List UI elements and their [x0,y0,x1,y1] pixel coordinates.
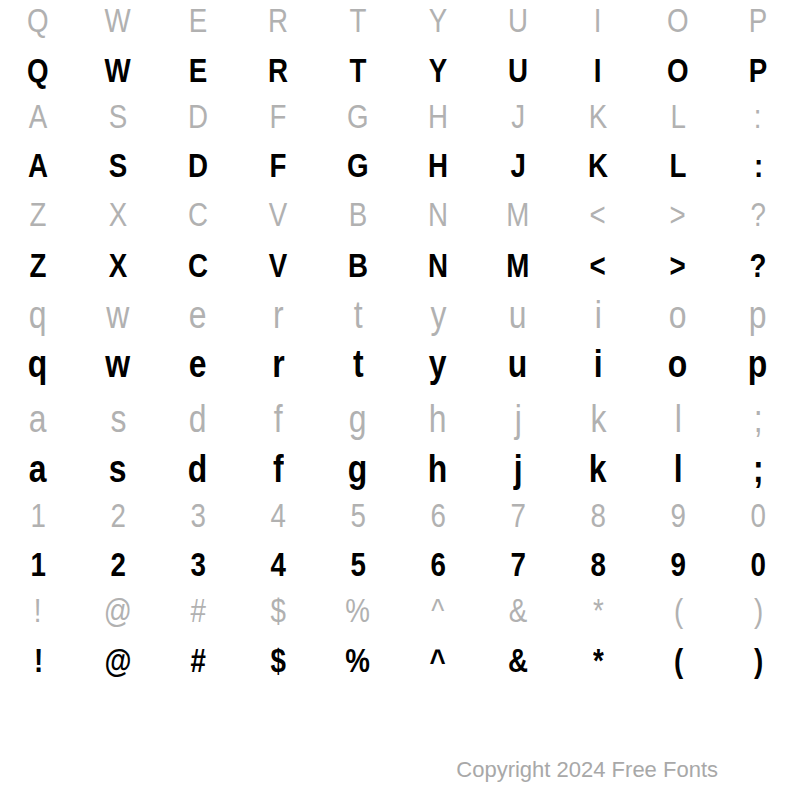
glyph-cell: 9 [638,491,718,541]
glyph-cell: 8 [558,491,638,541]
glyph: @ [104,636,131,686]
glyph-cell: 2 [78,491,158,541]
glyph: L [670,141,687,191]
glyph: E [189,46,207,96]
glyph: f [273,444,284,494]
glyph-cell: P [718,46,798,96]
glyph-cell: 7 [478,540,558,590]
glyph: F [270,141,287,191]
glyph: F [270,92,287,142]
glyph: ! [33,636,42,686]
glyph: Y [429,46,447,96]
glyph-cell: T [318,46,398,96]
glyph-cell: y [398,290,478,340]
glyph: P [749,0,767,46]
glyph-cell: S [78,92,158,142]
glyph-cell: 3 [158,540,238,590]
glyph: d [189,394,207,444]
glyph: : [754,92,762,142]
glyph-cell: R [238,46,318,96]
row-lowercase-asdf-bold: asdfghjkl; [0,444,798,494]
glyph: q [29,290,47,340]
glyph: < [590,241,606,291]
glyph: p [748,339,768,389]
glyph: s [110,394,126,444]
glyph-cell: > [638,190,718,240]
glyph: < [590,190,606,240]
glyph: V [269,190,287,240]
glyph-cell: & [478,586,558,636]
glyph-cell: @ [78,636,158,686]
glyph: N [428,241,448,291]
glyph-cell: R [238,0,318,46]
glyph-cell: N [398,241,478,291]
glyph: ^ [430,636,446,686]
glyph-cell: D [158,92,238,142]
glyph: l [674,444,683,494]
glyph-cell: @ [78,586,158,636]
glyph: A [29,92,47,142]
font-specimen-canvas: QWERTYUIOP QWERTYUIOP ASDFGHJKL: ASDFGHJ… [0,0,800,800]
glyph-cell: F [238,141,318,191]
glyph-cell: k [558,394,638,444]
glyph: A [28,141,48,191]
glyph-cell: % [318,636,398,686]
glyph-cell: e [158,339,238,389]
glyph-cell: N [398,190,478,240]
glyph-cell: B [318,241,398,291]
glyph: I [594,0,602,46]
glyph: > [670,190,686,240]
glyph: j [514,444,523,494]
glyph-cell: s [78,444,158,494]
glyph-cell: Z [0,190,78,240]
glyph: 7 [510,540,525,590]
glyph: B [348,241,368,291]
glyph-cell: r [238,290,318,340]
glyph-cell: W [78,46,158,96]
glyph-cell: S [78,141,158,191]
glyph-cell: W [78,0,158,46]
glyph: 0 [750,491,765,541]
glyph: 4 [270,491,285,541]
glyph: r [273,290,284,340]
glyph-cell: Y [398,0,478,46]
glyph-cell: 0 [718,540,798,590]
glyph: u [509,290,527,340]
glyph: ? [750,190,765,240]
glyph-cell: ; [718,394,798,444]
glyph-cell: h [398,394,478,444]
glyph-cell: 9 [638,540,718,590]
glyph: g [348,444,368,494]
glyph-cell: O [638,0,718,46]
glyph-cell: y [398,339,478,389]
glyph: # [190,636,205,686]
glyph-cell: V [238,190,318,240]
glyph-cell: $ [238,636,318,686]
glyph: > [670,241,686,291]
glyph: g [349,394,367,444]
row-symbols-bold: !@#$%^&*() [0,636,798,686]
glyph: M [506,241,529,291]
glyph-cell: 6 [398,540,478,590]
glyph: ; [754,394,763,444]
glyph-cell: E [158,46,238,96]
glyph: ^ [431,586,444,636]
glyph: 6 [430,491,445,541]
glyph: s [109,444,127,494]
glyph-cell: a [0,444,78,494]
glyph: R [268,46,288,96]
glyph-cell: 0 [718,491,798,541]
glyph: 4 [270,540,285,590]
glyph-cell: C [158,241,238,291]
glyph-cell: 5 [318,540,398,590]
row-uppercase-asdf-bold: ASDFGHJKL: [0,141,798,191]
glyph: 6 [430,540,445,590]
glyph-cell: U [478,46,558,96]
glyph: M [506,190,529,240]
glyph-cell: ? [718,241,798,291]
glyph-cell: 5 [318,491,398,541]
glyph-cell: > [638,241,718,291]
glyph-cell: C [158,190,238,240]
copyright-watermark: Copyright 2024 Free Fonts [456,755,718,785]
glyph: $ [270,636,285,686]
glyph-cell: k [558,444,638,494]
glyph: 9 [670,491,685,541]
glyph-cell: a [0,394,78,444]
glyph: I [594,46,602,96]
glyph-cell: o [638,339,718,389]
glyph: R [268,0,288,46]
glyph-cell: ^ [398,586,478,636]
glyph: J [511,92,525,142]
glyph-cell: q [0,339,78,389]
glyph-cell: 8 [558,540,638,590]
glyph-cell: h [398,444,478,494]
row-digits-bold: 1234567890 [0,540,798,590]
glyph: : [753,141,762,191]
glyph: d [188,444,208,494]
glyph-cell: I [558,46,638,96]
glyph-cell: i [558,339,638,389]
glyph: J [510,141,525,191]
glyph-cell: 6 [398,491,478,541]
glyph: 7 [510,491,525,541]
glyph: W [105,0,131,46]
glyph: Z [30,241,47,291]
glyph: Y [429,0,447,46]
glyph: N [428,190,448,240]
glyph-cell: Q [0,0,78,46]
row-uppercase-qwerty-light: QWERTYUIOP [0,0,798,46]
glyph: 8 [590,540,605,590]
glyph-cell: J [478,141,558,191]
glyph: G [347,141,369,191]
glyph: r [272,339,284,389]
glyph-cell: U [478,0,558,46]
glyph-cell: 1 [0,540,78,590]
glyph-cell: M [478,190,558,240]
glyph: O [667,0,689,46]
glyph-cell: : [718,92,798,142]
glyph: 2 [110,491,125,541]
glyph-cell: V [238,241,318,291]
glyph-cell: e [158,290,238,340]
glyph-cell: ( [638,586,718,636]
glyph: ) [753,636,762,686]
glyph: j [514,394,521,444]
glyph-cell: A [0,92,78,142]
glyph: K [589,92,607,142]
glyph-cell: H [398,141,478,191]
glyph-cell: T [318,0,398,46]
glyph-cell: < [558,190,638,240]
row-uppercase-zxcv-light: ZXCVBNM<>? [0,190,798,240]
glyph-cell: * [558,636,638,686]
glyph-cell: ( [638,636,718,686]
glyph: 2 [110,540,125,590]
glyph-cell: q [0,290,78,340]
glyph: i [594,339,603,389]
glyph: 1 [30,491,45,541]
glyph: f [274,394,283,444]
glyph: H [428,141,448,191]
glyph-cell: ; [718,444,798,494]
glyph: e [189,339,207,389]
glyph-cell: 3 [158,491,238,541]
glyph: X [109,241,127,291]
glyph: @ [104,586,132,636]
glyph-cell: A [0,141,78,191]
glyph-cell: X [78,190,158,240]
glyph: C [188,190,208,240]
glyph-cell: 2 [78,540,158,590]
glyph: W [105,46,131,96]
glyph: i [594,290,601,340]
glyph-cell: Y [398,46,478,96]
glyph-cell: L [638,141,718,191]
glyph: ! [34,586,42,636]
glyph: G [347,92,369,142]
glyph: 0 [750,540,765,590]
glyph: $ [270,586,285,636]
row-lowercase-qwerty-light: qwertyuiop [0,290,798,340]
glyph-cell: s [78,394,158,444]
glyph-cell: 1 [0,491,78,541]
glyph: ( [673,636,682,686]
glyph: ( [673,586,682,636]
glyph: l [674,394,681,444]
glyph: w [106,290,129,340]
glyph-cell: 4 [238,491,318,541]
glyph: 8 [590,491,605,541]
glyph: Q [27,0,49,46]
glyph-cell: ! [0,636,78,686]
glyph: * [593,586,604,636]
row-symbols-light: !@#$%^&*() [0,586,798,636]
glyph: 5 [350,540,365,590]
glyph: ) [753,586,762,636]
glyph-cell: K [558,92,638,142]
glyph-cell: J [478,92,558,142]
glyph-cell: F [238,92,318,142]
glyph: ; [753,444,764,494]
glyph: k [590,394,606,444]
glyph-cell: Q [0,46,78,96]
glyph-cell: u [478,339,558,389]
glyph: & [508,636,528,686]
glyph: y [429,339,447,389]
row-lowercase-asdf-light: asdfghjkl; [0,394,798,444]
glyph: S [109,92,127,142]
glyph-cell: ) [718,636,798,686]
glyph: # [190,586,205,636]
row-uppercase-zxcv-bold: ZXCVBNM<>? [0,241,798,291]
glyph: 3 [190,491,205,541]
glyph: % [346,636,371,686]
glyph-cell: d [158,394,238,444]
glyph-cell: # [158,586,238,636]
glyph-cell: & [478,636,558,686]
glyph: E [189,0,207,46]
glyph-cell: o [638,290,718,340]
glyph: U [508,0,528,46]
glyph: q [28,339,48,389]
glyph-cell: w [78,339,158,389]
glyph: H [428,92,448,142]
glyph-cell: ? [718,190,798,240]
glyph: w [106,339,131,389]
glyph: D [188,92,208,142]
glyph-cell: l [638,444,718,494]
glyph: t [354,290,363,340]
glyph-cell: L [638,92,718,142]
glyph: u [508,339,528,389]
glyph-cell: $ [238,586,318,636]
glyph-cell: X [78,241,158,291]
glyph-cell: B [318,190,398,240]
glyph: p [749,290,767,340]
glyph-cell: l [638,394,718,444]
glyph: X [109,190,127,240]
glyph: o [669,290,687,340]
row-uppercase-asdf-light: ASDFGHJKL: [0,92,798,142]
glyph-cell: # [158,636,238,686]
glyph: e [189,290,207,340]
glyph: 9 [670,540,685,590]
glyph: C [188,241,208,291]
glyph-cell: : [718,141,798,191]
glyph-cell: g [318,394,398,444]
glyph-cell: D [158,141,238,191]
glyph: O [667,46,689,96]
glyph-cell: g [318,444,398,494]
glyph-cell: G [318,141,398,191]
glyph: D [188,141,208,191]
glyph-cell: M [478,241,558,291]
glyph-cell: u [478,290,558,340]
glyph-cell: f [238,394,318,444]
row-lowercase-qwerty-bold: qwertyuiop [0,339,798,389]
glyph-cell: w [78,290,158,340]
glyph-cell: H [398,92,478,142]
glyph: h [429,394,447,444]
glyph-cell: ^ [398,636,478,686]
glyph: 5 [350,491,365,541]
glyph: L [670,92,685,142]
glyph-cell: I [558,0,638,46]
glyph: 1 [30,540,45,590]
glyph: k [589,444,607,494]
glyph-cell: * [558,586,638,636]
glyph-cell: G [318,92,398,142]
glyph-cell: K [558,141,638,191]
glyph: T [350,46,367,96]
glyph: o [668,339,688,389]
glyph: h [428,444,448,494]
glyph-cell: i [558,290,638,340]
glyph-cell: r [238,339,318,389]
glyph-cell: O [638,46,718,96]
glyph-cell: t [318,339,398,389]
glyph: 3 [190,540,205,590]
glyph: T [350,0,367,46]
glyph-cell: p [718,339,798,389]
row-digits-light: 1234567890 [0,491,798,541]
glyph: V [269,241,287,291]
glyph: B [349,190,367,240]
glyph-cell: E [158,0,238,46]
glyph-cell: j [478,444,558,494]
glyph-cell: ! [0,586,78,636]
glyph-cell: p [718,290,798,340]
glyph: t [353,339,364,389]
glyph-cell: Z [0,241,78,291]
glyph: U [508,46,528,96]
glyph: P [749,46,767,96]
glyph-cell: ) [718,586,798,636]
glyph: * [593,636,604,686]
glyph: a [29,444,47,494]
glyph-cell: 4 [238,540,318,590]
glyph: ? [750,241,767,291]
glyph-cell: t [318,290,398,340]
glyph-cell: 7 [478,491,558,541]
glyph: & [509,586,527,636]
glyph-cell: f [238,444,318,494]
glyph-cell: P [718,0,798,46]
glyph-cell: % [318,586,398,636]
glyph: S [109,141,127,191]
glyph: y [430,290,446,340]
glyph: a [29,394,47,444]
glyph: % [346,586,371,636]
glyph-cell: j [478,394,558,444]
glyph: Z [30,190,47,240]
glyph: Q [27,46,49,96]
glyph-cell: d [158,444,238,494]
row-uppercase-qwerty-bold: QWERTYUIOP [0,46,798,96]
glyph-cell: < [558,241,638,291]
glyph: K [588,141,608,191]
